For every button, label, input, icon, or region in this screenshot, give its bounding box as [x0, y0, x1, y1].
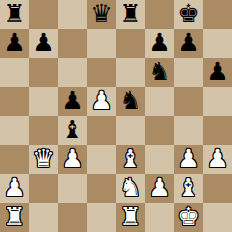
square-d1[interactable]	[87, 203, 116, 232]
square-f6[interactable]: ♞	[145, 58, 174, 87]
square-g4[interactable]	[174, 116, 203, 145]
square-e4[interactable]	[116, 116, 145, 145]
piece-white-rook[interactable]: ♜	[119, 202, 141, 231]
piece-white-pawn[interactable]: ♟	[3, 173, 25, 202]
square-c8[interactable]	[58, 0, 87, 29]
square-h4[interactable]	[203, 116, 232, 145]
square-b1[interactable]	[29, 203, 58, 232]
square-c4[interactable]: ♝	[58, 116, 87, 145]
square-d5[interactable]: ♟	[87, 87, 116, 116]
piece-white-king[interactable]: ♚	[177, 202, 199, 231]
square-e5[interactable]: ♞	[116, 87, 145, 116]
piece-black-king[interactable]: ♚	[177, 0, 199, 28]
piece-white-pawn[interactable]: ♟	[90, 86, 112, 115]
square-b2[interactable]	[29, 174, 58, 203]
square-a4[interactable]	[0, 116, 29, 145]
square-h6[interactable]: ♟	[203, 58, 232, 87]
square-a8[interactable]: ♜	[0, 0, 29, 29]
square-b3[interactable]: ♛	[29, 145, 58, 174]
square-a3[interactable]	[0, 145, 29, 174]
square-b6[interactable]	[29, 58, 58, 87]
square-e6[interactable]	[116, 58, 145, 87]
square-g1[interactable]: ♚	[174, 203, 203, 232]
square-g3[interactable]: ♟	[174, 145, 203, 174]
square-g2[interactable]: ♝	[174, 174, 203, 203]
square-g5[interactable]	[174, 87, 203, 116]
piece-black-bishop[interactable]: ♝	[61, 115, 83, 144]
piece-white-pawn[interactable]: ♟	[148, 173, 170, 202]
square-h7[interactable]	[203, 29, 232, 58]
piece-white-rook[interactable]: ♜	[3, 202, 25, 231]
square-a5[interactable]	[0, 87, 29, 116]
square-h8[interactable]	[203, 0, 232, 29]
square-f1[interactable]	[145, 203, 174, 232]
chess-board: ♜♛♜♚♟♟♟♟♞♟♟♟♞♝♛♟♝♟♟♟♞♟♝♜♜♚	[0, 0, 232, 232]
square-f4[interactable]	[145, 116, 174, 145]
square-a2[interactable]: ♟	[0, 174, 29, 203]
square-f2[interactable]: ♟	[145, 174, 174, 203]
square-e3[interactable]: ♝	[116, 145, 145, 174]
piece-black-knight[interactable]: ♞	[148, 57, 170, 86]
piece-black-rook[interactable]: ♜	[119, 0, 141, 28]
piece-black-pawn[interactable]: ♟	[61, 86, 83, 115]
square-a1[interactable]: ♜	[0, 203, 29, 232]
square-h2[interactable]	[203, 174, 232, 203]
square-g6[interactable]	[174, 58, 203, 87]
square-e1[interactable]: ♜	[116, 203, 145, 232]
piece-white-pawn[interactable]: ♟	[177, 144, 199, 173]
square-c5[interactable]: ♟	[58, 87, 87, 116]
square-f3[interactable]	[145, 145, 174, 174]
square-g8[interactable]: ♚	[174, 0, 203, 29]
square-f5[interactable]	[145, 87, 174, 116]
piece-black-pawn[interactable]: ♟	[177, 28, 199, 57]
square-c6[interactable]	[58, 58, 87, 87]
square-d7[interactable]	[87, 29, 116, 58]
square-c1[interactable]	[58, 203, 87, 232]
square-f7[interactable]: ♟	[145, 29, 174, 58]
square-f8[interactable]	[145, 0, 174, 29]
square-b4[interactable]	[29, 116, 58, 145]
square-d4[interactable]	[87, 116, 116, 145]
square-b7[interactable]: ♟	[29, 29, 58, 58]
piece-white-bishop[interactable]: ♝	[177, 173, 199, 202]
square-d3[interactable]	[87, 145, 116, 174]
square-d2[interactable]	[87, 174, 116, 203]
square-a6[interactable]	[0, 58, 29, 87]
piece-black-pawn[interactable]: ♟	[32, 28, 54, 57]
piece-black-pawn[interactable]: ♟	[3, 28, 25, 57]
square-h3[interactable]: ♟	[203, 145, 232, 174]
square-c2[interactable]	[58, 174, 87, 203]
piece-black-knight[interactable]: ♞	[119, 86, 141, 115]
piece-black-queen[interactable]: ♛	[90, 0, 112, 28]
square-e8[interactable]: ♜	[116, 0, 145, 29]
square-h1[interactable]	[203, 203, 232, 232]
piece-white-pawn[interactable]: ♟	[61, 144, 83, 173]
piece-white-queen[interactable]: ♛	[32, 144, 54, 173]
square-h5[interactable]	[203, 87, 232, 116]
square-e7[interactable]	[116, 29, 145, 58]
square-b5[interactable]	[29, 87, 58, 116]
piece-black-rook[interactable]: ♜	[3, 0, 25, 28]
square-b8[interactable]	[29, 0, 58, 29]
square-c7[interactable]	[58, 29, 87, 58]
square-a7[interactable]: ♟	[0, 29, 29, 58]
square-d8[interactable]: ♛	[87, 0, 116, 29]
square-c3[interactable]: ♟	[58, 145, 87, 174]
piece-black-pawn[interactable]: ♟	[148, 28, 170, 57]
piece-black-pawn[interactable]: ♟	[206, 57, 228, 86]
square-e2[interactable]: ♞	[116, 174, 145, 203]
piece-white-bishop[interactable]: ♝	[119, 144, 141, 173]
square-g7[interactable]: ♟	[174, 29, 203, 58]
piece-white-knight[interactable]: ♞	[119, 173, 141, 202]
piece-white-pawn[interactable]: ♟	[206, 144, 228, 173]
square-d6[interactable]	[87, 58, 116, 87]
